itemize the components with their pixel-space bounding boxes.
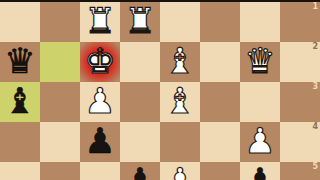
- square-a4[interactable]: 4: [280, 122, 320, 162]
- square-a2[interactable]: 2: [280, 42, 320, 82]
- black-pawn-e5[interactable]: ♟: [124, 161, 155, 180]
- square-e2[interactable]: [120, 42, 160, 82]
- white-king-f2[interactable]: ♚: [84, 41, 115, 81]
- rank-label-4: 4: [312, 123, 318, 131]
- square-g2[interactable]: [40, 42, 80, 82]
- white-bishop-d2[interactable]: ♝: [164, 41, 195, 81]
- square-g4[interactable]: [40, 122, 80, 162]
- white-rook-e1[interactable]: ♜: [124, 1, 155, 41]
- white-pawn-d5[interactable]: ♟: [164, 161, 195, 180]
- black-queen-h2[interactable]: ♛: [4, 41, 35, 81]
- square-c1[interactable]: [200, 2, 240, 42]
- square-d3[interactable]: ♝: [160, 82, 200, 122]
- white-pawn-f3[interactable]: ♟: [84, 81, 115, 121]
- square-e3[interactable]: [120, 82, 160, 122]
- board: ♜♜1♛♚♝♛2♝♟♝3♟♟4♟♟♟5: [0, 2, 320, 180]
- square-b4[interactable]: ♟: [240, 122, 280, 162]
- square-f4[interactable]: ♟: [80, 122, 120, 162]
- square-g3[interactable]: [40, 82, 80, 122]
- white-pawn-b4[interactable]: ♟: [244, 121, 275, 161]
- white-rook-f1[interactable]: ♜: [84, 1, 115, 41]
- square-d5[interactable]: ♟: [160, 162, 200, 180]
- square-f2[interactable]: ♚: [80, 42, 120, 82]
- square-a3[interactable]: 3: [280, 82, 320, 122]
- square-f1[interactable]: ♜: [80, 2, 120, 42]
- square-b2[interactable]: ♛: [240, 42, 280, 82]
- rank-label-1: 1: [312, 3, 318, 11]
- white-queen-b2[interactable]: ♛: [244, 41, 275, 81]
- rank-label-2: 2: [312, 43, 318, 51]
- rank-label-5: 5: [312, 163, 318, 171]
- square-e5[interactable]: ♟: [120, 162, 160, 180]
- black-pawn-f4[interactable]: ♟: [84, 121, 115, 161]
- square-h5[interactable]: [0, 162, 40, 180]
- square-d1[interactable]: [160, 2, 200, 42]
- black-pawn-b5[interactable]: ♟: [244, 161, 275, 180]
- square-f5[interactable]: [80, 162, 120, 180]
- square-a1[interactable]: 1: [280, 2, 320, 42]
- rank-label-3: 3: [312, 83, 318, 91]
- square-d4[interactable]: [160, 122, 200, 162]
- square-e1[interactable]: ♜: [120, 2, 160, 42]
- square-c2[interactable]: [200, 42, 240, 82]
- square-h3[interactable]: ♝: [0, 82, 40, 122]
- chess-board-viewport: ♜♜1♛♚♝♛2♝♟♝3♟♟4♟♟♟5: [0, 0, 320, 180]
- square-h1[interactable]: [0, 2, 40, 42]
- square-b3[interactable]: [240, 82, 280, 122]
- black-bishop-h3[interactable]: ♝: [4, 81, 35, 121]
- square-h4[interactable]: [0, 122, 40, 162]
- square-e4[interactable]: [120, 122, 160, 162]
- square-c4[interactable]: [200, 122, 240, 162]
- square-a5[interactable]: 5: [280, 162, 320, 180]
- square-b1[interactable]: [240, 2, 280, 42]
- white-bishop-d3[interactable]: ♝: [164, 81, 195, 121]
- square-d2[interactable]: ♝: [160, 42, 200, 82]
- square-h2[interactable]: ♛: [0, 42, 40, 82]
- square-g5[interactable]: [40, 162, 80, 180]
- square-b5[interactable]: ♟: [240, 162, 280, 180]
- square-c5[interactable]: [200, 162, 240, 180]
- square-g1[interactable]: [40, 2, 80, 42]
- square-c3[interactable]: [200, 82, 240, 122]
- square-f3[interactable]: ♟: [80, 82, 120, 122]
